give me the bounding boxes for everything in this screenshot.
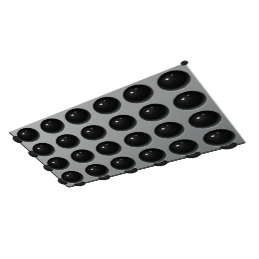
board-photo — [0, 0, 259, 259]
board — [8, 62, 247, 188]
